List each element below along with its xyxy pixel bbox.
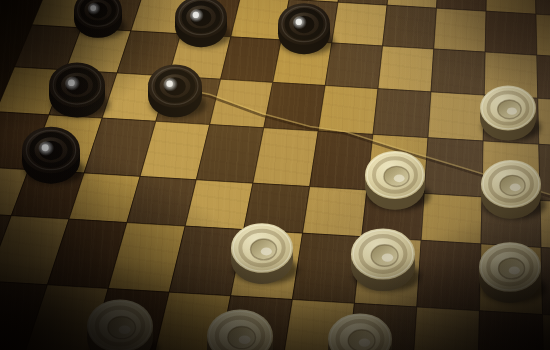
checkers-board-photo bbox=[0, 0, 550, 350]
light-piece[interactable] bbox=[479, 242, 547, 303]
dark-piece[interactable] bbox=[74, 0, 126, 38]
light-piece[interactable] bbox=[365, 151, 430, 210]
light-piece[interactable] bbox=[207, 310, 279, 350]
light-piece[interactable] bbox=[481, 160, 546, 219]
dark-piece[interactable] bbox=[148, 64, 207, 117]
pieces-layer bbox=[0, 0, 550, 350]
dark-piece[interactable] bbox=[22, 127, 85, 184]
light-piece[interactable] bbox=[328, 313, 398, 350]
light-piece[interactable] bbox=[231, 223, 299, 284]
light-piece[interactable] bbox=[480, 86, 541, 141]
dark-piece[interactable] bbox=[278, 3, 335, 54]
dark-piece[interactable] bbox=[175, 0, 232, 48]
light-piece[interactable] bbox=[87, 300, 159, 350]
light-piece[interactable] bbox=[351, 228, 421, 291]
dark-piece[interactable] bbox=[49, 63, 110, 118]
